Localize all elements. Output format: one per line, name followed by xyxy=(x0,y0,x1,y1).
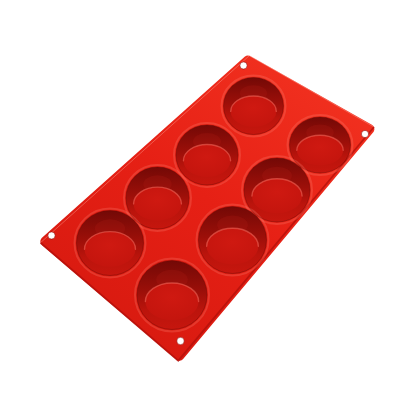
mold-cavity xyxy=(75,209,146,278)
hang-hole xyxy=(48,232,55,239)
hang-hole xyxy=(177,337,184,344)
hang-hole xyxy=(361,130,368,137)
hang-hole xyxy=(240,62,247,69)
product-photo xyxy=(0,0,416,416)
mold-body xyxy=(45,61,369,356)
mold-cavity xyxy=(135,259,209,332)
mold-cavity xyxy=(222,76,286,137)
mold-svg xyxy=(0,0,416,416)
mold-cavity xyxy=(197,205,269,276)
